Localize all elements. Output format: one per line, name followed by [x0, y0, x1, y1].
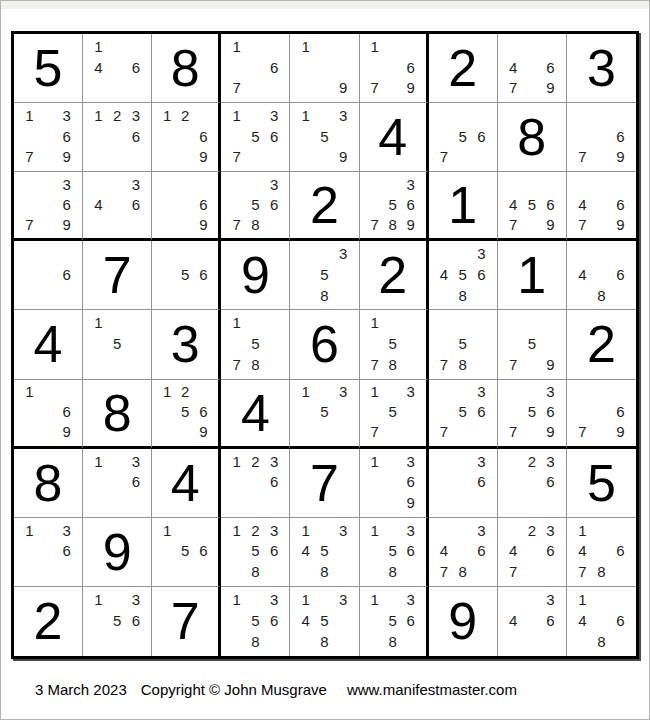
empty-candidate-slot	[522, 214, 541, 234]
empty-candidate-slot	[402, 312, 420, 333]
cell-r8c4[interactable]: 123568	[221, 518, 290, 587]
empty-candidate-slot	[108, 589, 127, 610]
candidate-digit: 5	[384, 402, 402, 422]
candidate-digit: 9	[402, 77, 420, 98]
empty-candidate-slot	[366, 631, 384, 652]
empty-candidate-slot	[39, 382, 58, 402]
cell-r3c1[interactable]: 3679	[14, 172, 83, 241]
empty-candidate-slot	[453, 312, 472, 333]
candidate-digit: 8	[453, 354, 472, 375]
cell-r9c8[interactable]: 346	[498, 587, 567, 656]
empty-candidate-slot	[522, 492, 541, 513]
empty-candidate-slot	[194, 174, 212, 194]
pencil-marks: 15	[83, 310, 151, 378]
cell-r4c8[interactable]: 1	[498, 241, 567, 310]
empty-candidate-slot	[472, 147, 491, 168]
cell-r8c3[interactable]: 156	[152, 518, 221, 587]
cell-r9c3[interactable]: 7	[152, 587, 221, 656]
candidate-digit: 3	[402, 520, 420, 541]
empty-candidate-slot	[20, 402, 39, 422]
empty-candidate-slot	[39, 194, 58, 214]
empty-candidate-slot	[453, 520, 472, 541]
cell-r5c6[interactable]: 1578	[360, 310, 429, 379]
empty-candidate-slot	[246, 312, 265, 333]
empty-candidate-slot	[592, 589, 611, 610]
empty-candidate-slot	[522, 57, 541, 78]
pencil-marks: 123568	[221, 518, 289, 586]
empty-candidate-slot	[504, 631, 523, 652]
cell-r7c8[interactable]: 236	[498, 449, 567, 518]
empty-candidate-slot	[296, 285, 315, 306]
candidate-digit: 4	[504, 610, 523, 631]
cell-r3c3[interactable]: 69	[152, 172, 221, 241]
empty-candidate-slot	[176, 147, 194, 168]
empty-candidate-slot	[453, 105, 472, 126]
pencil-marks: 136	[83, 449, 151, 517]
empty-candidate-slot	[541, 312, 560, 333]
empty-candidate-slot	[315, 243, 334, 264]
candidate-digit: 6	[57, 126, 76, 147]
cell-r5c2[interactable]: 15	[83, 310, 152, 379]
empty-candidate-slot	[402, 561, 420, 582]
empty-candidate-slot	[89, 333, 108, 354]
cell-r4c4[interactable]: 9	[221, 241, 290, 310]
candidate-digit: 6	[472, 471, 491, 492]
candidate-digit: 6	[127, 194, 146, 214]
candidate-digit: 6	[611, 194, 630, 214]
candidate-digit: 4	[435, 540, 454, 561]
pencil-marks: 346	[498, 587, 566, 656]
candidate-digit: 6	[127, 610, 146, 631]
cell-r1c4[interactable]: 167	[221, 34, 290, 103]
candidate-digit: 9	[57, 422, 76, 442]
candidate-digit: 3	[57, 520, 76, 541]
empty-candidate-slot	[435, 285, 454, 306]
candidate-digit: 6	[127, 471, 146, 492]
candidate-digit: 7	[227, 77, 246, 98]
candidate-digit: 7	[366, 214, 384, 234]
empty-candidate-slot	[265, 312, 284, 333]
candidate-digit: 9	[194, 422, 212, 442]
cell-r1c5[interactable]: 19	[290, 34, 359, 103]
cell-r1c8[interactable]: 4679	[498, 34, 567, 103]
candidate-digit: 7	[573, 561, 592, 582]
empty-candidate-slot	[522, 354, 541, 375]
empty-candidate-slot	[227, 492, 246, 513]
cell-r5c1[interactable]: 4	[14, 310, 83, 379]
empty-candidate-slot	[158, 264, 176, 285]
empty-candidate-slot	[522, 422, 541, 442]
candidate-digit: 9	[57, 147, 76, 168]
big-digit: 8	[517, 111, 546, 163]
empty-candidate-slot	[592, 214, 611, 234]
cell-r2c4[interactable]: 13567	[221, 103, 290, 172]
empty-candidate-slot	[296, 631, 315, 652]
candidate-digit: 8	[592, 285, 611, 306]
empty-candidate-slot	[246, 36, 265, 57]
empty-candidate-slot	[108, 77, 127, 98]
candidate-digit: 3	[334, 589, 353, 610]
empty-candidate-slot	[402, 354, 420, 375]
empty-candidate-slot	[435, 520, 454, 541]
empty-candidate-slot	[176, 561, 194, 582]
candidate-digit: 3	[265, 105, 284, 126]
cell-r4c7[interactable]: 34568	[429, 241, 498, 310]
empty-candidate-slot	[384, 312, 402, 333]
cell-r4c5[interactable]: 358	[290, 241, 359, 310]
empty-candidate-slot	[20, 194, 39, 214]
empty-candidate-slot	[435, 492, 454, 513]
empty-candidate-slot	[20, 264, 39, 285]
cell-r7c6[interactable]: 1369	[360, 449, 429, 518]
empty-candidate-slot	[194, 105, 212, 126]
candidate-digit: 3	[472, 451, 491, 472]
empty-candidate-slot	[453, 540, 472, 561]
pencil-marks: 36	[429, 449, 497, 517]
cell-r8c9[interactable]: 14678	[567, 518, 636, 587]
cell-r5c5[interactable]: 6	[290, 310, 359, 379]
cell-r6c2[interactable]: 8	[83, 380, 152, 449]
empty-candidate-slot	[453, 147, 472, 168]
candidate-digit: 5	[522, 194, 541, 214]
cell-r3c5[interactable]: 2	[290, 172, 359, 241]
cell-r1c7[interactable]: 2	[429, 34, 498, 103]
pencil-marks: 146	[83, 34, 151, 102]
pencil-marks: 169	[14, 380, 82, 446]
pencil-marks: 1357	[360, 380, 426, 446]
empty-candidate-slot	[334, 610, 353, 631]
candidate-digit: 5	[453, 126, 472, 147]
cell-r6c3[interactable]: 12569	[152, 380, 221, 449]
cell-r3c6[interactable]: 356789	[360, 172, 429, 241]
cell-r3c8[interactable]: 45679	[498, 172, 567, 241]
candidate-digit: 1	[366, 36, 384, 57]
empty-candidate-slot	[227, 57, 246, 78]
cell-r7c9[interactable]: 5	[567, 449, 636, 518]
pencil-marks: 34678	[429, 518, 497, 586]
candidate-digit: 6	[194, 540, 212, 561]
candidate-digit: 5	[315, 402, 334, 422]
empty-candidate-slot	[246, 492, 265, 513]
candidate-digit: 6	[265, 471, 284, 492]
pencil-marks: 1578	[360, 310, 426, 378]
pencil-marks: 35678	[221, 172, 289, 238]
cell-r6c5[interactable]: 135	[290, 380, 359, 449]
empty-candidate-slot	[573, 126, 592, 147]
empty-candidate-slot	[611, 561, 630, 582]
cell-r2c9[interactable]: 679	[567, 103, 636, 172]
empty-candidate-slot	[541, 561, 560, 582]
candidate-digit: 7	[366, 77, 384, 98]
candidate-digit: 1	[366, 382, 384, 402]
big-digit: 8	[103, 387, 132, 439]
big-digit: 2	[448, 42, 477, 94]
empty-candidate-slot	[592, 105, 611, 126]
candidate-digit: 7	[504, 214, 523, 234]
candidate-digit: 1	[89, 36, 108, 57]
cell-r7c1[interactable]: 8	[14, 449, 83, 518]
candidate-digit: 3	[334, 105, 353, 126]
cell-r9c2[interactable]: 1356	[83, 587, 152, 656]
cell-r8c5[interactable]: 13458	[290, 518, 359, 587]
cell-r3c2[interactable]: 346	[83, 172, 152, 241]
empty-candidate-slot	[89, 610, 108, 631]
cell-r8c6[interactable]: 13568	[360, 518, 429, 587]
pencil-marks: 13458	[290, 518, 358, 586]
cell-r6c7[interactable]: 3567	[429, 380, 498, 449]
sudoku-board: 5146816719167924679313679123612691356713…	[11, 31, 639, 659]
cell-r8c7[interactable]: 34678	[429, 518, 498, 587]
candidate-digit: 9	[57, 214, 76, 234]
candidate-digit: 3	[402, 382, 420, 402]
empty-candidate-slot	[472, 333, 491, 354]
candidate-digit: 3	[541, 589, 560, 610]
empty-candidate-slot	[158, 147, 176, 168]
cell-r2c5[interactable]: 1359	[290, 103, 359, 172]
empty-candidate-slot	[472, 105, 491, 126]
empty-candidate-slot	[265, 492, 284, 513]
empty-candidate-slot	[384, 57, 402, 78]
empty-candidate-slot	[435, 471, 454, 492]
candidate-digit: 5	[315, 540, 334, 561]
empty-candidate-slot	[227, 561, 246, 582]
cell-r3c7[interactable]: 1	[429, 172, 498, 241]
candidate-digit: 9	[611, 422, 630, 442]
candidate-digit: 5	[453, 402, 472, 422]
cell-r8c1[interactable]: 136	[14, 518, 83, 587]
cell-r5c7[interactable]: 578	[429, 310, 498, 379]
cell-r2c3[interactable]: 1269	[152, 103, 221, 172]
cell-r9c9[interactable]: 1468	[567, 587, 636, 656]
candidate-digit: 1	[158, 105, 176, 126]
pencil-marks: 4679	[567, 172, 636, 238]
candidate-digit: 4	[504, 540, 523, 561]
cell-r9c1[interactable]: 2	[14, 587, 83, 656]
empty-candidate-slot	[39, 285, 58, 306]
cell-r2c2[interactable]: 1236	[83, 103, 152, 172]
cell-r9c7[interactable]: 9	[429, 587, 498, 656]
cell-r4c9[interactable]: 468	[567, 241, 636, 310]
empty-candidate-slot	[127, 36, 146, 57]
empty-candidate-slot	[334, 422, 353, 442]
empty-candidate-slot	[176, 243, 194, 264]
empty-candidate-slot	[246, 589, 265, 610]
candidate-digit: 7	[504, 422, 523, 442]
empty-candidate-slot	[265, 36, 284, 57]
candidate-digit: 6	[194, 126, 212, 147]
candidate-digit: 7	[227, 214, 246, 234]
cell-r6c9[interactable]: 679	[567, 380, 636, 449]
cell-r1c6[interactable]: 1679	[360, 34, 429, 103]
candidate-digit: 4	[504, 194, 523, 214]
empty-candidate-slot	[366, 471, 384, 492]
candidate-digit: 6	[541, 610, 560, 631]
empty-candidate-slot	[573, 402, 592, 422]
candidate-digit: 3	[472, 520, 491, 541]
cell-r2c1[interactable]: 13679	[14, 103, 83, 172]
big-digit: 4	[171, 457, 200, 509]
cell-r1c3[interactable]: 8	[152, 34, 221, 103]
candidate-digit: 6	[57, 402, 76, 422]
cell-r5c8[interactable]: 579	[498, 310, 567, 379]
candidate-digit: 6	[57, 540, 76, 561]
big-digit: 8	[171, 42, 200, 94]
cell-r1c2[interactable]: 146	[83, 34, 152, 103]
cell-r7c5[interactable]: 7	[290, 449, 359, 518]
big-digit: 5	[587, 457, 616, 509]
candidate-digit: 6	[57, 264, 76, 285]
cell-r2c7[interactable]: 567	[429, 103, 498, 172]
empty-candidate-slot	[592, 610, 611, 631]
empty-candidate-slot	[611, 631, 630, 652]
empty-candidate-slot	[158, 243, 176, 264]
candidate-digit: 7	[573, 214, 592, 234]
empty-candidate-slot	[158, 194, 176, 214]
footer-website: www.manifestmaster.com	[347, 681, 517, 698]
empty-candidate-slot	[246, 471, 265, 492]
candidate-digit: 3	[127, 589, 146, 610]
cell-r5c9[interactable]: 2	[567, 310, 636, 379]
empty-candidate-slot	[334, 631, 353, 652]
candidate-digit: 8	[592, 561, 611, 582]
pencil-marks: 567	[429, 103, 497, 171]
candidate-digit: 6	[611, 402, 630, 422]
cell-r6c1[interactable]: 169	[14, 380, 83, 449]
empty-candidate-slot	[453, 471, 472, 492]
cell-r4c6[interactable]: 2	[360, 241, 429, 310]
cell-r5c3[interactable]: 3	[152, 310, 221, 379]
cell-r4c1[interactable]: 6	[14, 241, 83, 310]
candidate-digit: 8	[384, 354, 402, 375]
candidate-digit: 3	[402, 174, 420, 194]
empty-candidate-slot	[315, 36, 334, 57]
candidate-digit: 4	[504, 57, 523, 78]
empty-candidate-slot	[57, 561, 76, 582]
cell-r7c7[interactable]: 36	[429, 449, 498, 518]
cell-r6c4[interactable]: 4	[221, 380, 290, 449]
empty-candidate-slot	[176, 214, 194, 234]
empty-candidate-slot	[366, 561, 384, 582]
candidate-digit: 1	[366, 589, 384, 610]
candidate-digit: 3	[265, 174, 284, 194]
cell-r7c3[interactable]: 4	[152, 449, 221, 518]
cell-r6c8[interactable]: 35679	[498, 380, 567, 449]
empty-candidate-slot	[246, 57, 265, 78]
cell-r8c2[interactable]: 9	[83, 518, 152, 587]
candidate-digit: 6	[265, 57, 284, 78]
empty-candidate-slot	[20, 285, 39, 306]
candidate-digit: 4	[296, 610, 315, 631]
candidate-digit: 9	[334, 77, 353, 98]
empty-candidate-slot	[472, 354, 491, 375]
candidate-digit: 3	[265, 451, 284, 472]
cell-r1c9[interactable]: 3	[567, 34, 636, 103]
candidate-digit: 1	[296, 520, 315, 541]
candidate-digit: 5	[246, 610, 265, 631]
empty-candidate-slot	[472, 492, 491, 513]
empty-candidate-slot	[315, 382, 334, 402]
candidate-digit: 6	[611, 126, 630, 147]
candidate-digit: 9	[541, 77, 560, 98]
cell-r6c6[interactable]: 1357	[360, 380, 429, 449]
empty-candidate-slot	[611, 382, 630, 402]
pencil-marks: 679	[567, 103, 636, 171]
candidate-digit: 1	[366, 451, 384, 472]
empty-candidate-slot	[435, 126, 454, 147]
big-digit: 4	[34, 318, 63, 370]
footer-copyright: Copyright © John Musgrave	[141, 681, 327, 698]
candidate-digit: 1	[89, 589, 108, 610]
empty-candidate-slot	[108, 194, 127, 214]
empty-candidate-slot	[296, 422, 315, 442]
candidate-digit: 5	[522, 333, 541, 354]
empty-candidate-slot	[334, 540, 353, 561]
empty-candidate-slot	[39, 520, 58, 541]
cell-r4c3[interactable]: 56	[152, 241, 221, 310]
empty-candidate-slot	[176, 422, 194, 442]
empty-candidate-slot	[296, 264, 315, 285]
cell-r5c4[interactable]: 1578	[221, 310, 290, 379]
cell-r9c4[interactable]: 13568	[221, 587, 290, 656]
candidate-digit: 6	[402, 57, 420, 78]
candidate-digit: 9	[541, 354, 560, 375]
pencil-marks: 346	[83, 172, 151, 238]
candidate-digit: 3	[541, 520, 560, 541]
empty-candidate-slot	[296, 243, 315, 264]
cell-r2c6[interactable]: 4	[360, 103, 429, 172]
empty-candidate-slot	[453, 451, 472, 472]
candidate-digit: 7	[366, 354, 384, 375]
cell-r3c4[interactable]: 35678	[221, 172, 290, 241]
candidate-digit: 8	[315, 561, 334, 582]
candidate-digit: 5	[315, 264, 334, 285]
candidate-digit: 9	[194, 214, 212, 234]
cell-r1c1[interactable]: 5	[14, 34, 83, 103]
window-top-strip	[1, 1, 649, 9]
cell-r3c9[interactable]: 4679	[567, 172, 636, 241]
cell-r8c8[interactable]: 23467	[498, 518, 567, 587]
candidate-digit: 5	[246, 194, 265, 214]
empty-candidate-slot	[402, 422, 420, 442]
big-digit: 7	[103, 249, 132, 301]
candidate-digit: 1	[89, 105, 108, 126]
big-digit: 6	[310, 318, 339, 370]
empty-candidate-slot	[39, 422, 58, 442]
cell-r9c6[interactable]: 13568	[360, 587, 429, 656]
empty-candidate-slot	[57, 382, 76, 402]
empty-candidate-slot	[89, 214, 108, 234]
candidate-digit: 1	[573, 520, 592, 541]
empty-candidate-slot	[20, 126, 39, 147]
candidate-digit: 4	[573, 264, 592, 285]
empty-candidate-slot	[227, 174, 246, 194]
pencil-marks: 679	[567, 380, 636, 446]
candidate-digit: 7	[20, 147, 39, 168]
cell-r4c2[interactable]: 7	[83, 241, 152, 310]
empty-candidate-slot	[522, 382, 541, 402]
empty-candidate-slot	[265, 333, 284, 354]
big-digit: 8	[34, 457, 63, 509]
empty-candidate-slot	[611, 520, 630, 541]
candidate-digit: 4	[573, 194, 592, 214]
candidate-digit: 4	[89, 57, 108, 78]
empty-candidate-slot	[522, 36, 541, 57]
cell-r9c5[interactable]: 13458	[290, 587, 359, 656]
candidate-digit: 7	[20, 214, 39, 234]
cell-r2c8[interactable]: 8	[498, 103, 567, 172]
cell-r7c2[interactable]: 136	[83, 449, 152, 518]
cell-r7c4[interactable]: 1236	[221, 449, 290, 518]
